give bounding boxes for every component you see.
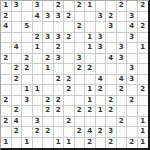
cell[interactable]: 4 — [106, 54, 117, 65]
cell[interactable]: 3 — [127, 64, 138, 75]
cell[interactable]: 2 — [64, 85, 75, 96]
cell[interactable] — [106, 1, 117, 12]
cell[interactable] — [33, 138, 44, 149]
cell[interactable]: 2 — [54, 106, 65, 117]
cell[interactable] — [106, 64, 117, 75]
cell[interactable] — [138, 33, 149, 44]
cell[interactable]: 1 — [1, 138, 12, 149]
cell[interactable] — [1, 106, 12, 117]
cell[interactable]: 4 — [96, 75, 107, 86]
cell[interactable] — [64, 64, 75, 75]
cell[interactable]: 2 — [64, 33, 75, 44]
cell[interactable]: 2 — [1, 117, 12, 128]
cell[interactable]: 3 — [127, 12, 138, 23]
cell[interactable]: 3 — [22, 96, 33, 107]
cell[interactable]: 2 — [33, 33, 44, 44]
cell[interactable]: 3 — [43, 12, 54, 23]
cell[interactable] — [117, 22, 128, 33]
cell[interactable]: 2 — [85, 106, 96, 117]
cell[interactable] — [33, 22, 44, 33]
cell[interactable] — [85, 75, 96, 86]
cell[interactable] — [1, 75, 12, 86]
cell[interactable] — [1, 85, 12, 96]
cell[interactable]: 2 — [96, 127, 107, 138]
cell[interactable] — [43, 22, 54, 33]
cell[interactable]: 2 — [106, 12, 117, 23]
cell[interactable] — [64, 43, 75, 54]
cell[interactable] — [75, 138, 86, 149]
cell[interactable] — [12, 12, 23, 23]
cell[interactable] — [127, 1, 138, 12]
cell[interactable]: 2 — [117, 1, 128, 12]
cell[interactable]: 2 — [106, 96, 117, 107]
cell[interactable] — [117, 12, 128, 23]
cell[interactable] — [106, 85, 117, 96]
cell[interactable] — [12, 85, 23, 96]
cell[interactable]: 2 — [1, 12, 12, 23]
cell[interactable] — [117, 96, 128, 107]
cell[interactable]: 2 — [75, 64, 86, 75]
cell[interactable] — [96, 1, 107, 12]
cell[interactable]: 2 — [75, 1, 86, 12]
cell[interactable] — [75, 33, 86, 44]
cell[interactable] — [117, 138, 128, 149]
cell[interactable]: 1 — [138, 117, 149, 128]
cell[interactable] — [33, 96, 44, 107]
cell[interactable]: 2 — [117, 117, 128, 128]
cell[interactable] — [12, 54, 23, 65]
cell[interactable] — [64, 106, 75, 117]
cell[interactable] — [33, 75, 44, 86]
cell[interactable]: 3 — [117, 43, 128, 54]
cell[interactable]: 1 — [85, 43, 96, 54]
cell[interactable]: 2 — [127, 138, 138, 149]
cell[interactable] — [54, 117, 65, 128]
cell[interactable]: 1 — [138, 43, 149, 54]
cell[interactable]: 3 — [96, 33, 107, 44]
cell[interactable]: 2 — [54, 43, 65, 54]
cell[interactable] — [64, 22, 75, 33]
cell[interactable] — [43, 85, 54, 96]
cell[interactable] — [33, 64, 44, 75]
cell[interactable]: 3 — [106, 22, 117, 33]
cell[interactable] — [33, 54, 44, 65]
cell[interactable]: 2 — [85, 64, 96, 75]
cell[interactable] — [1, 33, 12, 44]
cell[interactable]: 3 — [54, 54, 65, 65]
cell[interactable] — [127, 117, 138, 128]
cell[interactable]: 2 — [64, 75, 75, 86]
cell[interactable] — [127, 127, 138, 138]
cell[interactable]: 2 — [1, 96, 12, 107]
cell[interactable] — [43, 1, 54, 12]
cell[interactable] — [96, 138, 107, 149]
cell[interactable]: 2 — [12, 64, 23, 75]
cell[interactable]: 2 — [33, 127, 44, 138]
cell[interactable] — [22, 106, 33, 117]
cell[interactable] — [43, 117, 54, 128]
cell[interactable]: 1 — [33, 85, 44, 96]
cell[interactable] — [64, 127, 75, 138]
cell[interactable]: 2 — [43, 54, 54, 65]
cell[interactable]: 2 — [138, 22, 149, 33]
cell[interactable]: 2 — [96, 85, 107, 96]
cell[interactable] — [117, 64, 128, 75]
cell[interactable] — [12, 138, 23, 149]
cell[interactable] — [33, 106, 44, 117]
cell[interactable] — [22, 33, 33, 44]
cell[interactable]: 4 — [1, 22, 12, 33]
cell[interactable] — [106, 75, 117, 86]
cell[interactable] — [54, 127, 65, 138]
cell[interactable] — [22, 117, 33, 128]
cell[interactable] — [96, 96, 107, 107]
cell[interactable]: 2 — [54, 96, 65, 107]
cell[interactable] — [75, 75, 86, 86]
cell[interactable]: 2 — [75, 106, 86, 117]
cell[interactable]: 1 — [54, 138, 65, 149]
cell[interactable] — [106, 43, 117, 54]
cell[interactable] — [106, 33, 117, 44]
cell[interactable] — [96, 64, 107, 75]
cell[interactable] — [138, 12, 149, 23]
cell[interactable]: 3 — [106, 127, 117, 138]
cell[interactable]: 2 — [22, 64, 33, 75]
cell[interactable] — [1, 64, 12, 75]
cell[interactable] — [127, 85, 138, 96]
cell[interactable]: 2 — [106, 106, 117, 117]
cell[interactable]: 4 — [12, 43, 23, 54]
cell[interactable] — [43, 43, 54, 54]
cell[interactable] — [96, 117, 107, 128]
cell[interactable]: 1 — [33, 43, 44, 54]
cell[interactable] — [54, 85, 65, 96]
cell[interactable]: 1 — [85, 33, 96, 44]
cell[interactable] — [85, 117, 96, 128]
cell[interactable] — [64, 96, 75, 107]
cell[interactable]: 1 — [43, 64, 54, 75]
cell[interactable] — [75, 85, 86, 96]
cell[interactable] — [117, 127, 128, 138]
cell[interactable]: 2 — [43, 96, 54, 107]
cell[interactable] — [138, 106, 149, 117]
cell[interactable]: 2 — [138, 85, 149, 96]
puzzle-board: 1332212224332323452342233213341213312223… — [0, 0, 150, 150]
cell[interactable] — [22, 127, 33, 138]
cell[interactable] — [138, 75, 149, 86]
cell[interactable]: 2 — [85, 138, 96, 149]
cell[interactable] — [106, 117, 117, 128]
cell[interactable]: 2 — [106, 138, 117, 149]
cell[interactable]: 1 — [138, 138, 149, 149]
cell[interactable]: 2 — [138, 1, 149, 12]
cell[interactable] — [43, 138, 54, 149]
cell[interactable]: 3 — [96, 12, 107, 23]
cell[interactable] — [85, 12, 96, 23]
cell[interactable] — [12, 33, 23, 44]
cell[interactable]: 3 — [54, 12, 65, 23]
cell[interactable] — [1, 127, 12, 138]
cell[interactable]: 2 — [75, 127, 86, 138]
cell[interactable]: 3 — [33, 117, 44, 128]
cell[interactable]: 1 — [22, 85, 33, 96]
cell[interactable]: 2 — [12, 75, 23, 86]
cell[interactable] — [127, 54, 138, 65]
cell[interactable] — [138, 54, 149, 65]
cell[interactable] — [85, 22, 96, 33]
cell[interactable]: 4 — [85, 127, 96, 138]
cell[interactable] — [127, 106, 138, 117]
cell[interactable] — [96, 54, 107, 65]
cell[interactable] — [75, 12, 86, 23]
cell[interactable]: 2 — [12, 106, 23, 117]
cell[interactable] — [117, 106, 128, 117]
cell[interactable]: 3 — [12, 1, 23, 12]
cell[interactable] — [75, 117, 86, 128]
cell[interactable] — [96, 22, 107, 33]
cell[interactable]: 1 — [64, 138, 75, 149]
cell[interactable] — [12, 22, 23, 33]
cell[interactable] — [75, 43, 86, 54]
cell[interactable]: 2 — [43, 106, 54, 117]
cell[interactable]: 2 — [64, 117, 75, 128]
cell[interactable]: 2 — [54, 75, 65, 86]
cell[interactable]: 3 — [75, 54, 86, 65]
cell[interactable] — [138, 64, 149, 75]
cell[interactable]: 3 — [43, 33, 54, 44]
cell[interactable] — [127, 43, 138, 54]
cell[interactable] — [22, 43, 33, 54]
cell[interactable]: 3 — [54, 33, 65, 44]
cell[interactable]: 4 — [12, 117, 23, 128]
cell[interactable] — [22, 12, 33, 23]
cell[interactable]: 1 — [1, 1, 12, 12]
cell[interactable] — [54, 64, 65, 75]
cell[interactable]: 3 — [117, 54, 128, 65]
cell[interactable]: 2 — [43, 127, 54, 138]
cell[interactable]: 3 — [127, 33, 138, 44]
cell[interactable]: 3 — [96, 43, 107, 54]
cell[interactable]: 1 — [22, 138, 33, 149]
cell[interactable] — [22, 1, 33, 12]
cell[interactable] — [75, 96, 86, 107]
cell[interactable]: 4 — [127, 22, 138, 33]
cell[interactable] — [12, 96, 23, 107]
cell[interactable] — [117, 33, 128, 44]
cell[interactable]: 2 — [75, 22, 86, 33]
cell[interactable]: 2 — [22, 54, 33, 65]
cell[interactable]: 1 — [138, 127, 149, 138]
cell[interactable] — [22, 75, 33, 86]
cell[interactable]: 3 — [33, 1, 44, 12]
cell[interactable]: 4 — [33, 12, 44, 23]
cell[interactable]: 2 — [64, 12, 75, 23]
cell[interactable] — [54, 22, 65, 33]
cell[interactable]: 1 — [85, 85, 96, 96]
cell[interactable] — [85, 54, 96, 65]
cell[interactable]: 1 — [85, 1, 96, 12]
cell[interactable]: 4 — [117, 75, 128, 86]
cell[interactable] — [1, 43, 12, 54]
cell[interactable]: 5 — [22, 22, 33, 33]
cell[interactable]: 2 — [117, 85, 128, 96]
cell[interactable]: 2 — [54, 1, 65, 12]
cell[interactable] — [138, 96, 149, 107]
cell[interactable]: 1 — [85, 96, 96, 107]
cell[interactable]: 2 — [127, 96, 138, 107]
cell[interactable] — [64, 54, 75, 65]
cell[interactable] — [64, 1, 75, 12]
cell[interactable]: 2 — [1, 54, 12, 65]
cell[interactable]: 1 — [96, 106, 107, 117]
cell[interactable]: 2 — [12, 127, 23, 138]
cell[interactable]: 3 — [127, 75, 138, 86]
cell[interactable] — [43, 75, 54, 86]
